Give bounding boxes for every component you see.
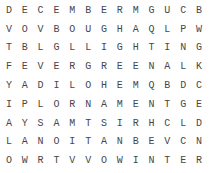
grid-cell-r6c2[interactable]: P xyxy=(17,95,33,114)
grid-cell-r5c11[interactable]: B xyxy=(159,76,175,95)
grid-cell-r3c2[interactable]: B xyxy=(17,39,33,58)
grid-cell-r7c3[interactable]: S xyxy=(33,114,49,133)
grid-cell-r5c3[interactable]: D xyxy=(33,76,49,95)
grid-cell-r3c1[interactable]: T xyxy=(1,39,17,58)
grid-cell-r3c5[interactable]: L xyxy=(64,39,80,58)
grid-cell-r6c10[interactable]: N xyxy=(144,95,160,114)
grid-cell-r7c4[interactable]: A xyxy=(49,114,65,133)
grid-cell-r5c10[interactable]: Q xyxy=(144,76,160,95)
grid-cell-r6c3[interactable]: L xyxy=(33,95,49,114)
grid-cell-r9c6[interactable]: V xyxy=(80,151,96,170)
grid-cell-r2c7[interactable]: G xyxy=(96,20,112,39)
grid-cell-r8c10[interactable]: E xyxy=(144,132,160,151)
grid-cell-r8c1[interactable]: L xyxy=(1,132,17,151)
grid-cell-r9c7[interactable]: O xyxy=(96,151,112,170)
grid-cell-r2c10[interactable]: Q xyxy=(144,20,160,39)
grid-cell-r8c4[interactable]: O xyxy=(49,132,65,151)
grid-cell-r5c13[interactable]: C xyxy=(191,76,207,95)
grid-cell-r8c13[interactable]: N xyxy=(191,132,207,151)
grid-cell-r3c6[interactable]: L xyxy=(80,39,96,58)
grid-cell-r1c7[interactable]: E xyxy=(96,1,112,20)
grid-cell-r7c12[interactable]: L xyxy=(175,114,191,133)
grid-cell-r9c11[interactable]: T xyxy=(159,151,175,170)
grid-cell-r6c5[interactable]: R xyxy=(64,95,80,114)
grid-cell-r5c2[interactable]: A xyxy=(17,76,33,95)
grid-cell-r7c7[interactable]: S xyxy=(96,114,112,133)
grid-cell-r3c7[interactable]: I xyxy=(96,39,112,58)
grid-cell-r9c9[interactable]: I xyxy=(128,151,144,170)
grid-cell-r5c1[interactable]: Y xyxy=(1,76,17,95)
grid-cell-r7c2[interactable]: Y xyxy=(17,114,33,133)
grid-cell-r6c11[interactable]: T xyxy=(159,95,175,114)
word-search-page: DECEMBERMGUCBVOVBOUGHAQLPWTBLGLLIGHTINGF… xyxy=(0,0,215,173)
grid-cell-r1c3[interactable]: C xyxy=(33,1,49,20)
grid-cell-r3c8[interactable]: G xyxy=(112,39,128,58)
grid-cell-r6c13[interactable]: E xyxy=(191,95,207,114)
grid-cell-r4c2[interactable]: E xyxy=(17,57,33,76)
grid-cell-r1c9[interactable]: M xyxy=(128,1,144,20)
grid-cell-r8c5[interactable]: I xyxy=(64,132,80,151)
grid-cell-r9c2[interactable]: W xyxy=(17,151,33,170)
grid-cell-r7c10[interactable]: H xyxy=(144,114,160,133)
grid-cell-r7c13[interactable]: D xyxy=(191,114,207,133)
grid-cell-r5c5[interactable]: L xyxy=(64,76,80,95)
grid-cell-r7c8[interactable]: I xyxy=(112,114,128,133)
word-search-grid: DECEMBERMGUCBVOVBOUGHAQLPWTBLGLLIGHTINGF… xyxy=(0,0,215,173)
grid-cell-r5c6[interactable]: O xyxy=(80,76,96,95)
grid-cell-r1c6[interactable]: B xyxy=(80,1,96,20)
grid-cell-r2c1[interactable]: V xyxy=(1,20,17,39)
grid-cell-r4c7[interactable]: R xyxy=(96,57,112,76)
grid-cell-r1c8[interactable]: R xyxy=(112,1,128,20)
grid-cell-r2c13[interactable]: W xyxy=(191,20,207,39)
grid-cell-r1c2[interactable]: E xyxy=(17,1,33,20)
grid-cell-r4c3[interactable]: V xyxy=(33,57,49,76)
grid-cell-r9c8[interactable]: W xyxy=(112,151,128,170)
grid-cell-r9c4[interactable]: T xyxy=(49,151,65,170)
grid-cell-r9c10[interactable]: N xyxy=(144,151,160,170)
grid-cell-r8c11[interactable]: V xyxy=(159,132,175,151)
grid-cell-r3c4[interactable]: G xyxy=(49,39,65,58)
grid-cell-r7c5[interactable]: M xyxy=(64,114,80,133)
grid-cell-r6c4[interactable]: O xyxy=(49,95,65,114)
grid-cell-r1c4[interactable]: E xyxy=(49,1,65,20)
grid-cell-r6c9[interactable]: E xyxy=(128,95,144,114)
grid-cell-r4c11[interactable]: A xyxy=(159,57,175,76)
grid-cell-r6c8[interactable]: M xyxy=(112,95,128,114)
grid-cell-r9c12[interactable]: E xyxy=(175,151,191,170)
grid-cell-r8c3[interactable]: N xyxy=(33,132,49,151)
grid-cell-r2c2[interactable]: O xyxy=(17,20,33,39)
grid-cell-r2c6[interactable]: U xyxy=(80,20,96,39)
grid-cell-r8c8[interactable]: N xyxy=(112,132,128,151)
grid-cell-r1c13[interactable]: B xyxy=(191,1,207,20)
grid-cell-r7c11[interactable]: C xyxy=(159,114,175,133)
grid-cell-r4c12[interactable]: L xyxy=(175,57,191,76)
grid-cell-r2c5[interactable]: O xyxy=(64,20,80,39)
grid-cell-r1c1[interactable]: D xyxy=(1,1,17,20)
grid-cell-r1c11[interactable]: U xyxy=(159,1,175,20)
grid-cell-r1c5[interactable]: M xyxy=(64,1,80,20)
grid-cell-r4c13[interactable]: K xyxy=(191,57,207,76)
grid-cell-r9c5[interactable]: V xyxy=(64,151,80,170)
grid-cell-r8c9[interactable]: B xyxy=(128,132,144,151)
grid-cell-r5c12[interactable]: D xyxy=(175,76,191,95)
grid-cell-r7c9[interactable]: R xyxy=(128,114,144,133)
grid-cell-r3c13[interactable]: G xyxy=(191,39,207,58)
grid-cell-r8c7[interactable]: A xyxy=(96,132,112,151)
grid-cell-r2c8[interactable]: H xyxy=(112,20,128,39)
grid-cell-r8c2[interactable]: A xyxy=(17,132,33,151)
grid-cell-r4c9[interactable]: E xyxy=(128,57,144,76)
grid-cell-r2c12[interactable]: P xyxy=(175,20,191,39)
grid-cell-r9c3[interactable]: R xyxy=(33,151,49,170)
grid-cell-r3c3[interactable]: L xyxy=(33,39,49,58)
grid-cell-r6c12[interactable]: G xyxy=(175,95,191,114)
grid-cell-r1c12[interactable]: C xyxy=(175,1,191,20)
grid-cell-r2c4[interactable]: B xyxy=(49,20,65,39)
grid-cell-r3c11[interactable]: I xyxy=(159,39,175,58)
grid-cell-r4c6[interactable]: G xyxy=(80,57,96,76)
grid-cell-r9c13[interactable]: R xyxy=(191,151,207,170)
grid-cell-r6c1[interactable]: I xyxy=(1,95,17,114)
grid-cell-r3c12[interactable]: N xyxy=(175,39,191,58)
grid-cell-r7c1[interactable]: A xyxy=(1,114,17,133)
grid-cell-r6c6[interactable]: N xyxy=(80,95,96,114)
grid-cell-r5c9[interactable]: M xyxy=(128,76,144,95)
grid-cell-r2c9[interactable]: A xyxy=(128,20,144,39)
grid-cell-r8c6[interactable]: T xyxy=(80,132,96,151)
grid-cell-r2c11[interactable]: L xyxy=(159,20,175,39)
grid-cell-r8c12[interactable]: C xyxy=(175,132,191,151)
grid-cell-r3c9[interactable]: H xyxy=(128,39,144,58)
grid-cell-r4c4[interactable]: E xyxy=(49,57,65,76)
grid-cell-r4c8[interactable]: E xyxy=(112,57,128,76)
grid-cell-r6c7[interactable]: A xyxy=(96,95,112,114)
grid-cell-r9c1[interactable]: O xyxy=(1,151,17,170)
grid-cell-r5c8[interactable]: E xyxy=(112,76,128,95)
grid-cell-r1c10[interactable]: G xyxy=(144,1,160,20)
grid-cell-r3c10[interactable]: T xyxy=(144,39,160,58)
grid-cell-r4c1[interactable]: F xyxy=(1,57,17,76)
grid-cell-r7c6[interactable]: T xyxy=(80,114,96,133)
grid-cell-r5c7[interactable]: H xyxy=(96,76,112,95)
grid-cell-r2c3[interactable]: V xyxy=(33,20,49,39)
grid-cell-r4c10[interactable]: N xyxy=(144,57,160,76)
grid-cell-r4c5[interactable]: R xyxy=(64,57,80,76)
grid-cell-r5c4[interactable]: I xyxy=(49,76,65,95)
